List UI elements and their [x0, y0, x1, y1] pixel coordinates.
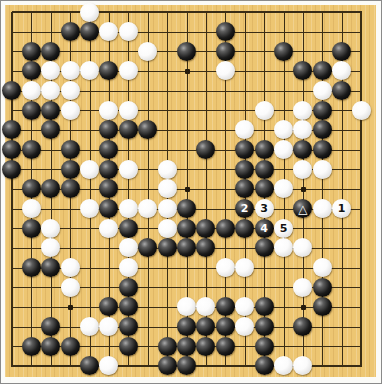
intersection[interactable]: [216, 238, 235, 258]
intersection[interactable]: [177, 179, 196, 199]
intersection[interactable]: [196, 317, 215, 337]
intersection[interactable]: [2, 238, 21, 258]
intersection[interactable]: [293, 120, 312, 140]
intersection[interactable]: [254, 42, 273, 62]
intersection[interactable]: [119, 218, 138, 238]
intersection[interactable]: [99, 2, 118, 22]
intersection[interactable]: [313, 120, 332, 140]
intersection[interactable]: [177, 100, 196, 120]
intersection[interactable]: [80, 277, 99, 297]
intersection[interactable]: [41, 22, 60, 42]
intersection[interactable]: [119, 258, 138, 278]
intersection[interactable]: [157, 356, 176, 376]
intersection[interactable]: [157, 179, 176, 199]
intersection[interactable]: [216, 179, 235, 199]
intersection[interactable]: [177, 297, 196, 317]
intersection[interactable]: [22, 159, 41, 179]
intersection[interactable]: [99, 336, 118, 356]
intersection[interactable]: [332, 120, 351, 140]
intersection[interactable]: [138, 218, 157, 238]
intersection[interactable]: [216, 297, 235, 317]
intersection[interactable]: [274, 81, 293, 101]
intersection[interactable]: [119, 199, 138, 219]
intersection[interactable]: [80, 258, 99, 278]
intersection[interactable]: [235, 61, 254, 81]
intersection[interactable]: [196, 218, 215, 238]
intersection[interactable]: [235, 179, 254, 199]
intersection[interactable]: [274, 297, 293, 317]
intersection[interactable]: [22, 140, 41, 160]
intersection[interactable]: [332, 100, 351, 120]
intersection[interactable]: [41, 100, 60, 120]
intersection[interactable]: [177, 42, 196, 62]
intersection[interactable]: [351, 2, 370, 22]
intersection[interactable]: [41, 277, 60, 297]
intersection[interactable]: [177, 218, 196, 238]
intersection[interactable]: [41, 317, 60, 337]
intersection[interactable]: [293, 297, 312, 317]
intersection[interactable]: [235, 22, 254, 42]
intersection[interactable]: [351, 277, 370, 297]
intersection[interactable]: [332, 297, 351, 317]
intersection[interactable]: [2, 218, 21, 238]
intersection[interactable]: [60, 297, 79, 317]
intersection[interactable]: [313, 179, 332, 199]
intersection[interactable]: [41, 120, 60, 140]
intersection[interactable]: [157, 297, 176, 317]
intersection[interactable]: [216, 336, 235, 356]
intersection[interactable]: [216, 81, 235, 101]
intersection[interactable]: [254, 2, 273, 22]
intersection[interactable]: [80, 336, 99, 356]
intersection[interactable]: [293, 2, 312, 22]
intersection[interactable]: [293, 356, 312, 376]
intersection[interactable]: [274, 140, 293, 160]
intersection[interactable]: [196, 356, 215, 376]
intersection[interactable]: [235, 120, 254, 140]
intersection[interactable]: [177, 258, 196, 278]
intersection[interactable]: [41, 140, 60, 160]
intersection[interactable]: [60, 81, 79, 101]
intersection[interactable]: [99, 277, 118, 297]
intersection[interactable]: [351, 100, 370, 120]
intersection[interactable]: [41, 159, 60, 179]
intersection[interactable]: [177, 120, 196, 140]
intersection[interactable]: [22, 238, 41, 258]
intersection[interactable]: [196, 81, 215, 101]
intersection[interactable]: [235, 81, 254, 101]
intersection[interactable]: [138, 140, 157, 160]
intersection[interactable]: [196, 120, 215, 140]
intersection[interactable]: [216, 277, 235, 297]
intersection[interactable]: [313, 159, 332, 179]
intersection[interactable]: [138, 297, 157, 317]
intersection[interactable]: [99, 140, 118, 160]
intersection[interactable]: [22, 120, 41, 140]
intersection[interactable]: [293, 317, 312, 337]
intersection[interactable]: [80, 42, 99, 62]
intersection[interactable]: [332, 258, 351, 278]
intersection[interactable]: [177, 140, 196, 160]
intersection[interactable]: [41, 179, 60, 199]
intersection[interactable]: [293, 22, 312, 42]
intersection[interactable]: [313, 258, 332, 278]
intersection[interactable]: △: [293, 199, 312, 219]
intersection[interactable]: [235, 218, 254, 238]
intersection[interactable]: [99, 159, 118, 179]
intersection[interactable]: [138, 159, 157, 179]
intersection[interactable]: [2, 356, 21, 376]
intersection[interactable]: [235, 317, 254, 337]
intersection[interactable]: [293, 336, 312, 356]
intersection[interactable]: 1: [332, 199, 351, 219]
intersection[interactable]: [22, 199, 41, 219]
intersection[interactable]: [177, 336, 196, 356]
intersection[interactable]: [196, 140, 215, 160]
intersection[interactable]: [332, 356, 351, 376]
intersection[interactable]: [41, 2, 60, 22]
intersection[interactable]: [196, 22, 215, 42]
intersection[interactable]: [80, 100, 99, 120]
intersection[interactable]: [99, 297, 118, 317]
intersection[interactable]: [235, 140, 254, 160]
intersection[interactable]: [138, 199, 157, 219]
intersection[interactable]: [119, 356, 138, 376]
intersection[interactable]: [254, 356, 273, 376]
intersection[interactable]: [22, 22, 41, 42]
intersection[interactable]: [41, 61, 60, 81]
intersection[interactable]: [313, 140, 332, 160]
intersection[interactable]: [2, 277, 21, 297]
intersection[interactable]: [119, 61, 138, 81]
intersection[interactable]: [22, 179, 41, 199]
intersection[interactable]: [138, 277, 157, 297]
intersection[interactable]: [157, 61, 176, 81]
intersection[interactable]: [351, 22, 370, 42]
intersection[interactable]: [99, 317, 118, 337]
intersection[interactable]: [196, 258, 215, 278]
intersection[interactable]: [119, 336, 138, 356]
intersection[interactable]: [2, 297, 21, 317]
intersection[interactable]: [2, 42, 21, 62]
intersection[interactable]: [313, 22, 332, 42]
intersection[interactable]: [177, 199, 196, 219]
intersection[interactable]: [22, 2, 41, 22]
intersection[interactable]: [60, 218, 79, 238]
intersection[interactable]: [332, 2, 351, 22]
intersection[interactable]: [351, 179, 370, 199]
intersection[interactable]: [99, 22, 118, 42]
intersection[interactable]: [332, 140, 351, 160]
intersection[interactable]: [313, 297, 332, 317]
intersection[interactable]: [235, 356, 254, 376]
intersection[interactable]: [177, 61, 196, 81]
intersection[interactable]: [22, 100, 41, 120]
intersection[interactable]: [80, 61, 99, 81]
intersection[interactable]: [216, 42, 235, 62]
intersection[interactable]: [22, 317, 41, 337]
intersection[interactable]: [22, 81, 41, 101]
intersection[interactable]: [119, 238, 138, 258]
intersection[interactable]: [274, 336, 293, 356]
intersection[interactable]: [177, 238, 196, 258]
intersection[interactable]: [2, 258, 21, 278]
intersection[interactable]: [351, 238, 370, 258]
intersection[interactable]: [332, 218, 351, 238]
intersection[interactable]: [235, 336, 254, 356]
intersection[interactable]: [332, 61, 351, 81]
intersection[interactable]: [80, 199, 99, 219]
intersection[interactable]: [293, 159, 312, 179]
intersection[interactable]: [235, 42, 254, 62]
intersection[interactable]: [2, 120, 21, 140]
intersection[interactable]: [216, 120, 235, 140]
intersection[interactable]: [351, 297, 370, 317]
intersection[interactable]: [332, 238, 351, 258]
intersection[interactable]: [274, 42, 293, 62]
intersection[interactable]: [60, 258, 79, 278]
intersection[interactable]: [80, 2, 99, 22]
intersection[interactable]: [138, 22, 157, 42]
intersection[interactable]: [274, 238, 293, 258]
intersection[interactable]: [60, 238, 79, 258]
intersection[interactable]: [80, 22, 99, 42]
intersection[interactable]: [22, 297, 41, 317]
intersection[interactable]: [313, 199, 332, 219]
intersection[interactable]: [119, 159, 138, 179]
intersection[interactable]: [2, 317, 21, 337]
intersection[interactable]: [138, 81, 157, 101]
intersection[interactable]: [274, 100, 293, 120]
intersection[interactable]: [216, 2, 235, 22]
intersection[interactable]: [22, 42, 41, 62]
intersection[interactable]: [293, 61, 312, 81]
intersection[interactable]: [2, 81, 21, 101]
intersection[interactable]: [60, 140, 79, 160]
intersection[interactable]: [119, 179, 138, 199]
intersection[interactable]: [313, 218, 332, 238]
intersection[interactable]: [119, 317, 138, 337]
intersection[interactable]: [80, 140, 99, 160]
intersection[interactable]: [313, 238, 332, 258]
intersection[interactable]: [351, 336, 370, 356]
intersection[interactable]: [157, 258, 176, 278]
intersection[interactable]: [138, 356, 157, 376]
intersection[interactable]: [157, 218, 176, 238]
intersection[interactable]: [216, 218, 235, 238]
intersection[interactable]: [254, 277, 273, 297]
intersection[interactable]: [60, 159, 79, 179]
intersection[interactable]: [157, 140, 176, 160]
intersection[interactable]: [313, 277, 332, 297]
intersection[interactable]: [99, 199, 118, 219]
intersection[interactable]: [138, 238, 157, 258]
intersection[interactable]: [22, 61, 41, 81]
intersection[interactable]: [293, 218, 312, 238]
intersection[interactable]: [22, 336, 41, 356]
intersection[interactable]: [235, 297, 254, 317]
intersection[interactable]: [274, 120, 293, 140]
intersection[interactable]: [177, 2, 196, 22]
intersection[interactable]: [60, 277, 79, 297]
intersection[interactable]: [196, 159, 215, 179]
intersection[interactable]: [157, 277, 176, 297]
intersection[interactable]: [138, 336, 157, 356]
intersection[interactable]: [274, 22, 293, 42]
intersection[interactable]: [313, 42, 332, 62]
intersection[interactable]: [196, 100, 215, 120]
intersection[interactable]: [138, 317, 157, 337]
intersection[interactable]: [235, 277, 254, 297]
intersection[interactable]: [177, 159, 196, 179]
intersection[interactable]: [216, 199, 235, 219]
intersection[interactable]: [274, 159, 293, 179]
intersection[interactable]: [60, 61, 79, 81]
intersection[interactable]: [332, 336, 351, 356]
intersection[interactable]: [196, 238, 215, 258]
intersection[interactable]: [157, 22, 176, 42]
intersection[interactable]: [196, 179, 215, 199]
intersection[interactable]: [157, 199, 176, 219]
intersection[interactable]: [196, 199, 215, 219]
intersection[interactable]: [41, 336, 60, 356]
intersection[interactable]: [2, 140, 21, 160]
intersection[interactable]: [216, 100, 235, 120]
intersection[interactable]: [332, 317, 351, 337]
intersection[interactable]: [196, 2, 215, 22]
intersection[interactable]: [313, 61, 332, 81]
intersection[interactable]: [216, 22, 235, 42]
intersection[interactable]: [119, 2, 138, 22]
intersection[interactable]: [2, 61, 21, 81]
intersection[interactable]: [2, 2, 21, 22]
intersection[interactable]: [60, 22, 79, 42]
intersection[interactable]: [254, 317, 273, 337]
intersection[interactable]: [60, 199, 79, 219]
intersection[interactable]: [41, 356, 60, 376]
intersection[interactable]: [99, 238, 118, 258]
intersection[interactable]: [351, 81, 370, 101]
intersection[interactable]: [274, 199, 293, 219]
intersection[interactable]: [41, 199, 60, 219]
intersection[interactable]: [138, 61, 157, 81]
intersection[interactable]: [177, 81, 196, 101]
intersection[interactable]: [274, 356, 293, 376]
intersection[interactable]: [99, 120, 118, 140]
intersection[interactable]: [119, 120, 138, 140]
intersection[interactable]: [119, 100, 138, 120]
intersection[interactable]: [332, 159, 351, 179]
intersection[interactable]: [41, 42, 60, 62]
intersection[interactable]: [80, 179, 99, 199]
intersection[interactable]: [119, 277, 138, 297]
intersection[interactable]: [60, 356, 79, 376]
intersection[interactable]: [80, 159, 99, 179]
intersection[interactable]: [138, 42, 157, 62]
intersection[interactable]: [332, 81, 351, 101]
intersection[interactable]: [274, 317, 293, 337]
intersection[interactable]: [157, 81, 176, 101]
intersection[interactable]: [60, 179, 79, 199]
intersection[interactable]: [119, 22, 138, 42]
intersection[interactable]: [216, 258, 235, 278]
intersection[interactable]: [99, 81, 118, 101]
intersection[interactable]: [138, 179, 157, 199]
intersection[interactable]: 2: [235, 199, 254, 219]
intersection[interactable]: [313, 356, 332, 376]
intersection[interactable]: [293, 100, 312, 120]
intersection[interactable]: [99, 258, 118, 278]
intersection[interactable]: [41, 258, 60, 278]
intersection[interactable]: [351, 120, 370, 140]
intersection[interactable]: [41, 218, 60, 238]
intersection[interactable]: [235, 2, 254, 22]
intersection[interactable]: [99, 61, 118, 81]
intersection[interactable]: [2, 159, 21, 179]
intersection[interactable]: [41, 238, 60, 258]
intersection[interactable]: [22, 277, 41, 297]
intersection[interactable]: [60, 317, 79, 337]
intersection[interactable]: 4: [254, 218, 273, 238]
intersection[interactable]: [274, 179, 293, 199]
intersection[interactable]: [157, 159, 176, 179]
intersection[interactable]: [332, 277, 351, 297]
intersection[interactable]: [177, 356, 196, 376]
intersection[interactable]: [157, 120, 176, 140]
intersection[interactable]: [2, 199, 21, 219]
intersection[interactable]: [274, 61, 293, 81]
intersection[interactable]: [60, 2, 79, 22]
intersection[interactable]: [332, 42, 351, 62]
intersection[interactable]: [80, 297, 99, 317]
intersection[interactable]: [351, 258, 370, 278]
intersection[interactable]: [351, 317, 370, 337]
intersection[interactable]: [177, 317, 196, 337]
intersection[interactable]: [293, 81, 312, 101]
intersection[interactable]: [293, 258, 312, 278]
intersection[interactable]: [351, 140, 370, 160]
intersection[interactable]: [274, 277, 293, 297]
intersection[interactable]: [196, 277, 215, 297]
intersection[interactable]: [216, 317, 235, 337]
intersection[interactable]: [80, 218, 99, 238]
intersection[interactable]: [99, 218, 118, 238]
intersection[interactable]: [313, 81, 332, 101]
intersection[interactable]: [2, 100, 21, 120]
intersection[interactable]: [138, 100, 157, 120]
intersection[interactable]: [99, 42, 118, 62]
intersection[interactable]: [235, 159, 254, 179]
intersection[interactable]: [157, 2, 176, 22]
intersection[interactable]: [235, 238, 254, 258]
intersection[interactable]: [235, 258, 254, 278]
intersection[interactable]: [41, 81, 60, 101]
intersection[interactable]: [80, 120, 99, 140]
intersection[interactable]: [119, 42, 138, 62]
intersection[interactable]: [60, 120, 79, 140]
intersection[interactable]: [157, 336, 176, 356]
intersection[interactable]: [177, 22, 196, 42]
intersection[interactable]: [60, 336, 79, 356]
intersection[interactable]: [41, 297, 60, 317]
intersection[interactable]: [138, 258, 157, 278]
intersection[interactable]: [254, 159, 273, 179]
intersection[interactable]: 5: [274, 218, 293, 238]
intersection[interactable]: [313, 336, 332, 356]
intersection[interactable]: [80, 238, 99, 258]
intersection[interactable]: [332, 179, 351, 199]
intersection[interactable]: [313, 2, 332, 22]
